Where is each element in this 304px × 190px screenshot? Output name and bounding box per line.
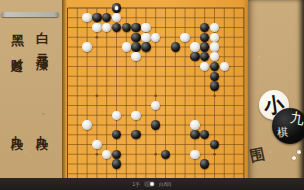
black-stone[interactable] bbox=[190, 52, 199, 61]
white-stone[interactable] bbox=[190, 150, 199, 159]
score-label: 白8目 bbox=[159, 182, 172, 187]
black-player-name: 时越 bbox=[11, 48, 23, 52]
black-stone[interactable] bbox=[210, 81, 219, 90]
black-stone[interactable] bbox=[131, 23, 140, 32]
weiqi-logo: 小 九 棋 围 bbox=[252, 88, 302, 172]
go-app-screen: 白 元晟溱 九段 黑 时越 九段 小 九 棋 围 1手 白8目 bbox=[0, 0, 304, 190]
black-stone[interactable] bbox=[151, 120, 160, 129]
white-stone[interactable] bbox=[82, 42, 91, 51]
black-stone[interactable] bbox=[161, 150, 170, 159]
white-player-name: 元晟溱 bbox=[36, 44, 48, 50]
white-stone[interactable] bbox=[92, 140, 101, 149]
black-stone[interactable] bbox=[112, 159, 121, 168]
logo-stone-dot bbox=[297, 150, 301, 154]
scroll-rod bbox=[1, 12, 59, 17]
white-stone[interactable] bbox=[112, 111, 121, 120]
black-stone[interactable] bbox=[112, 150, 121, 159]
white-stone[interactable] bbox=[210, 33, 219, 42]
white-stone[interactable] bbox=[180, 33, 189, 42]
white-stone[interactable] bbox=[190, 120, 199, 129]
white-player-rank: 九段 bbox=[36, 126, 48, 130]
move-count-label: 1手 bbox=[132, 182, 140, 187]
last-move-marker bbox=[115, 6, 118, 9]
black-stone[interactable] bbox=[122, 23, 131, 32]
go-board[interactable] bbox=[62, 0, 248, 190]
star-point bbox=[213, 153, 216, 156]
black-stone[interactable] bbox=[131, 33, 140, 42]
logo-char-nine: 九 bbox=[289, 109, 304, 129]
black-stone[interactable] bbox=[210, 72, 219, 81]
black-color-label: 黑 bbox=[11, 24, 24, 25]
white-stone[interactable] bbox=[82, 120, 91, 129]
white-stone[interactable] bbox=[141, 33, 150, 42]
logo-black-stone: 九 棋 bbox=[272, 108, 304, 144]
white-stone[interactable] bbox=[92, 23, 101, 32]
white-stone[interactable] bbox=[122, 42, 131, 51]
white-stone[interactable] bbox=[131, 111, 140, 120]
black-stone[interactable] bbox=[141, 42, 150, 51]
black-stone[interactable] bbox=[171, 42, 180, 51]
player-info-panel: 白 元晟溱 九段 黑 时越 九段 bbox=[0, 0, 62, 190]
black-stone[interactable] bbox=[92, 13, 101, 22]
white-stone[interactable] bbox=[220, 62, 229, 71]
brand-panel: 小 九 棋 围 bbox=[248, 0, 304, 190]
white-color-label: 白 bbox=[36, 22, 49, 23]
star-point bbox=[96, 94, 99, 97]
black-stone[interactable] bbox=[200, 159, 209, 168]
black-player-rank: 九段 bbox=[11, 126, 23, 130]
white-stone[interactable] bbox=[190, 42, 199, 51]
star-point bbox=[96, 36, 99, 39]
black-stone[interactable] bbox=[131, 42, 140, 51]
bottom-control-bar: 1手 白8目 bbox=[0, 178, 304, 190]
black-stone[interactable] bbox=[190, 130, 199, 139]
star-point bbox=[154, 153, 157, 156]
board-grid bbox=[62, 0, 248, 190]
star-point bbox=[154, 94, 157, 97]
star-point bbox=[213, 94, 216, 97]
white-stone[interactable] bbox=[210, 42, 219, 51]
toggle-knob bbox=[150, 182, 154, 186]
logo-char-wei: 围 bbox=[248, 145, 267, 167]
stone-toggle[interactable] bbox=[144, 181, 155, 187]
logo-stone-dot bbox=[292, 156, 296, 160]
white-stone[interactable] bbox=[141, 23, 150, 32]
star-point bbox=[96, 153, 99, 156]
logo-char-qi: 棋 bbox=[276, 124, 289, 140]
black-stone[interactable] bbox=[200, 42, 209, 51]
